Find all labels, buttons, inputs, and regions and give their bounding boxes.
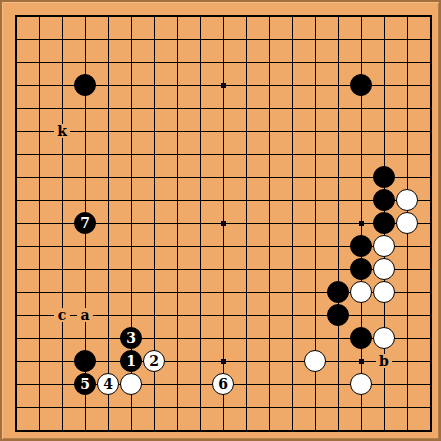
- black-stone: [350, 327, 372, 349]
- star-point: [221, 221, 226, 226]
- star-point: [221, 359, 226, 364]
- white-stone: [304, 350, 326, 372]
- black-stone: [350, 258, 372, 280]
- white-stone: [373, 258, 395, 280]
- white-stone-move-6: 6: [212, 373, 234, 395]
- black-stone: [373, 212, 395, 234]
- star-point: [221, 83, 226, 88]
- black-stone: [74, 74, 96, 96]
- star-point: [359, 221, 364, 226]
- white-stone: [120, 373, 142, 395]
- black-stone-move-3: 3: [120, 327, 142, 349]
- black-stone-move-5: 5: [74, 373, 96, 395]
- black-stone-move-1: 1: [120, 350, 142, 372]
- white-stone: [373, 327, 395, 349]
- point-label-c: c: [54, 308, 70, 322]
- black-stone: [373, 189, 395, 211]
- point-label-a: a: [77, 308, 93, 322]
- white-stone: [396, 189, 418, 211]
- white-stone-move-2: 2: [143, 350, 165, 372]
- white-stone: [373, 235, 395, 257]
- white-stone: [396, 212, 418, 234]
- white-stone: [373, 281, 395, 303]
- black-stone: [327, 304, 349, 326]
- white-stone: [350, 281, 372, 303]
- star-point: [359, 359, 364, 364]
- black-stone: [350, 74, 372, 96]
- point-label-b: b: [376, 354, 392, 368]
- black-stone: [373, 166, 395, 188]
- white-stone: [350, 373, 372, 395]
- black-stone: [350, 235, 372, 257]
- black-stone: [74, 350, 96, 372]
- black-stone: [327, 281, 349, 303]
- white-stone-move-4: 4: [97, 373, 119, 395]
- black-stone-move-7: 7: [74, 212, 96, 234]
- point-label-k: k: [54, 124, 70, 138]
- go-board: 1357246 kcab: [0, 0, 441, 441]
